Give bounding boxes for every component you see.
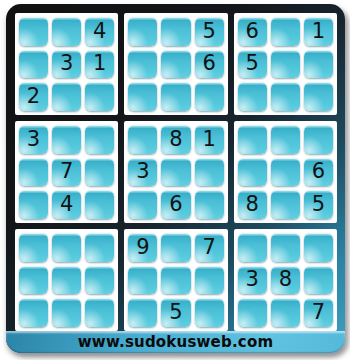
cell-r6c2[interactable]: 4	[52, 190, 81, 219]
cell-r7c6[interactable]: 7	[195, 233, 224, 262]
box-r1c1: 4312	[15, 13, 118, 115]
cell-r2c6[interactable]: 6	[195, 50, 224, 79]
cell-r5c7[interactable]	[238, 158, 267, 187]
cell-r2c9[interactable]	[304, 50, 333, 79]
cell-r6c4[interactable]	[128, 190, 157, 219]
cell-r9c8[interactable]	[271, 298, 300, 327]
sudoku-grid: 4312566153748136685975387	[15, 13, 337, 331]
cell-r2c1[interactable]	[19, 50, 48, 79]
cell-r1c2[interactable]	[52, 17, 81, 46]
cell-r9c2[interactable]	[52, 298, 81, 327]
box-r2c1: 374	[15, 121, 118, 223]
cell-r4c2[interactable]	[52, 125, 81, 154]
cell-r5c2[interactable]: 7	[52, 158, 81, 187]
cell-r3c1[interactable]: 2	[19, 82, 48, 111]
cell-r8c6[interactable]	[195, 266, 224, 295]
cell-r9c7[interactable]	[238, 298, 267, 327]
box-r3c3: 387	[234, 229, 337, 331]
cell-r4c4[interactable]	[128, 125, 157, 154]
cell-r5c5[interactable]	[161, 158, 190, 187]
box-r2c3: 685	[234, 121, 337, 223]
cell-r4c1[interactable]: 3	[19, 125, 48, 154]
cell-r6c9[interactable]: 5	[304, 190, 333, 219]
cell-r6c1[interactable]	[19, 190, 48, 219]
cell-r3c9[interactable]	[304, 82, 333, 111]
cell-r9c1[interactable]	[19, 298, 48, 327]
cell-r8c7[interactable]: 3	[238, 266, 267, 295]
cell-r4c6[interactable]: 1	[195, 125, 224, 154]
cell-r8c9[interactable]	[304, 266, 333, 295]
cell-r7c7[interactable]	[238, 233, 267, 262]
cell-r4c5[interactable]: 8	[161, 125, 190, 154]
cell-r7c8[interactable]	[271, 233, 300, 262]
cell-r6c6[interactable]	[195, 190, 224, 219]
box-r2c2: 8136	[124, 121, 227, 223]
cell-r5c3[interactable]	[85, 158, 114, 187]
cell-r1c8[interactable]	[271, 17, 300, 46]
cell-r9c6[interactable]	[195, 298, 224, 327]
cell-r8c8[interactable]: 8	[271, 266, 300, 295]
cell-r1c3[interactable]: 4	[85, 17, 114, 46]
cell-r4c3[interactable]	[85, 125, 114, 154]
cell-r8c2[interactable]	[52, 266, 81, 295]
website-url[interactable]: www.sudokusweb.com	[78, 333, 273, 351]
cell-r2c5[interactable]	[161, 50, 190, 79]
cell-r8c1[interactable]	[19, 266, 48, 295]
cell-r6c5[interactable]: 6	[161, 190, 190, 219]
cell-r1c4[interactable]	[128, 17, 157, 46]
cell-r3c4[interactable]	[128, 82, 157, 111]
cell-r9c4[interactable]	[128, 298, 157, 327]
cell-r1c9[interactable]: 1	[304, 17, 333, 46]
cell-r2c2[interactable]: 3	[52, 50, 81, 79]
cell-r2c3[interactable]: 1	[85, 50, 114, 79]
cell-r1c5[interactable]	[161, 17, 190, 46]
box-r3c1	[15, 229, 118, 331]
cell-r7c9[interactable]	[304, 233, 333, 262]
cell-r2c8[interactable]	[271, 50, 300, 79]
box-r1c2: 56	[124, 13, 227, 115]
cell-r5c8[interactable]	[271, 158, 300, 187]
cell-r8c5[interactable]	[161, 266, 190, 295]
sudoku-board: 4312566153748136685975387 www.sudokusweb…	[6, 4, 345, 353]
cell-r4c9[interactable]	[304, 125, 333, 154]
cell-r1c1[interactable]	[19, 17, 48, 46]
cell-r7c4[interactable]: 9	[128, 233, 157, 262]
cell-r3c6[interactable]	[195, 82, 224, 111]
cell-r6c7[interactable]: 8	[238, 190, 267, 219]
cell-r7c5[interactable]	[161, 233, 190, 262]
cell-r9c3[interactable]	[85, 298, 114, 327]
cell-r3c3[interactable]	[85, 82, 114, 111]
cell-r5c6[interactable]	[195, 158, 224, 187]
cell-r5c9[interactable]: 6	[304, 158, 333, 187]
cell-r3c2[interactable]	[52, 82, 81, 111]
box-r1c3: 615	[234, 13, 337, 115]
box-r3c2: 975	[124, 229, 227, 331]
cell-r2c7[interactable]: 5	[238, 50, 267, 79]
cell-r9c5[interactable]: 5	[161, 298, 190, 327]
cell-r6c8[interactable]	[271, 190, 300, 219]
cell-r7c2[interactable]	[52, 233, 81, 262]
cell-r3c8[interactable]	[271, 82, 300, 111]
cell-r9c9[interactable]: 7	[304, 298, 333, 327]
cell-r4c8[interactable]	[271, 125, 300, 154]
cell-r3c5[interactable]	[161, 82, 190, 111]
page: 4312566153748136685975387 www.sudokusweb…	[0, 0, 350, 360]
cell-r1c6[interactable]: 5	[195, 17, 224, 46]
cell-r2c4[interactable]	[128, 50, 157, 79]
cell-r6c3[interactable]	[85, 190, 114, 219]
cell-r7c3[interactable]	[85, 233, 114, 262]
cell-r7c1[interactable]	[19, 233, 48, 262]
cell-r5c1[interactable]	[19, 158, 48, 187]
cell-r8c3[interactable]	[85, 266, 114, 295]
footer-bar: www.sudokusweb.com	[6, 331, 345, 353]
cell-r1c7[interactable]: 6	[238, 17, 267, 46]
cell-r3c7[interactable]	[238, 82, 267, 111]
cell-r4c7[interactable]	[238, 125, 267, 154]
cell-r8c4[interactable]	[128, 266, 157, 295]
cell-r5c4[interactable]: 3	[128, 158, 157, 187]
